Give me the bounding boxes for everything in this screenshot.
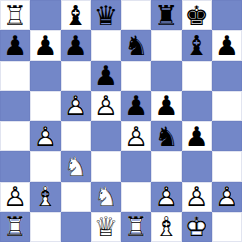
piece-white-pawn: ♟♙ <box>30 121 60 151</box>
piece-black-knight: ♞ <box>121 30 151 60</box>
square-f8[interactable]: ♜ <box>151 0 181 30</box>
square-a2[interactable]: ♟♙ <box>0 182 30 212</box>
square-b4[interactable]: ♟♙ <box>30 121 60 151</box>
piece-white-queen: ♛♕ <box>91 212 121 242</box>
square-a1[interactable]: ♜♖ <box>0 212 30 242</box>
piece-white-bishop: ♝♗ <box>151 212 181 242</box>
square-h8[interactable] <box>212 0 242 30</box>
square-g2[interactable]: ♟♙ <box>182 182 212 212</box>
square-b2[interactable]: ♝♗ <box>30 182 60 212</box>
square-a7[interactable]: ♟ <box>0 30 30 60</box>
piece-white-pawn: ♟♙ <box>0 182 30 212</box>
piece-black-knight: ♞ <box>151 121 181 151</box>
square-h1[interactable] <box>212 212 242 242</box>
square-c4[interactable] <box>61 121 91 151</box>
square-a5[interactable] <box>0 91 30 121</box>
square-a8[interactable]: ♜♖ <box>0 0 30 30</box>
square-g7[interactable]: ♝ <box>182 30 212 60</box>
square-f5[interactable]: ♟ <box>151 91 181 121</box>
square-a3[interactable] <box>0 151 30 181</box>
piece-black-bishop: ♝ <box>61 0 91 30</box>
square-e1[interactable]: ♜♖ <box>121 212 151 242</box>
chess-board-screenshot: ♜♖♝♛♜♚♟♟♟♞♝♟♟♟♙♟♙♟♟♟♙♟♙♞♟♞♘♟♙♝♗♞♘♟♙♟♙♟♙♜… <box>0 0 242 242</box>
piece-white-pawn: ♟♙ <box>212 182 242 212</box>
square-c1[interactable] <box>61 212 91 242</box>
square-d1[interactable]: ♛♕ <box>91 212 121 242</box>
square-a6[interactable] <box>0 61 30 91</box>
square-h2[interactable]: ♟♙ <box>212 182 242 212</box>
square-f6[interactable] <box>151 61 181 91</box>
square-d4[interactable] <box>91 121 121 151</box>
square-f4[interactable]: ♞ <box>151 121 181 151</box>
piece-black-pawn: ♟ <box>212 30 242 60</box>
square-h6[interactable] <box>212 61 242 91</box>
piece-white-rook: ♜♖ <box>121 212 151 242</box>
square-b5[interactable] <box>30 91 60 121</box>
piece-white-pawn: ♟♙ <box>151 182 181 212</box>
square-e4[interactable]: ♟♙ <box>121 121 151 151</box>
piece-white-rook: ♜♖ <box>0 0 30 30</box>
square-g4[interactable]: ♟ <box>182 121 212 151</box>
piece-white-pawn: ♟♙ <box>121 121 151 151</box>
piece-black-pawn: ♟ <box>151 91 181 121</box>
chess-board: ♜♖♝♛♜♚♟♟♟♞♝♟♟♟♙♟♙♟♟♟♙♟♙♞♟♞♘♟♙♝♗♞♘♟♙♟♙♟♙♜… <box>0 0 242 242</box>
square-d5[interactable]: ♟♙ <box>91 91 121 121</box>
piece-black-bishop: ♝ <box>182 30 212 60</box>
square-c3[interactable]: ♞♘ <box>61 151 91 181</box>
piece-black-pawn: ♟ <box>121 91 151 121</box>
square-b6[interactable] <box>30 61 60 91</box>
piece-black-rook: ♜ <box>151 0 181 30</box>
square-d2[interactable]: ♞♘ <box>91 182 121 212</box>
square-g1[interactable]: ♚♔ <box>182 212 212 242</box>
square-c7[interactable]: ♟ <box>61 30 91 60</box>
piece-white-knight: ♞♘ <box>61 151 91 181</box>
square-f3[interactable] <box>151 151 181 181</box>
square-e3[interactable] <box>121 151 151 181</box>
square-g3[interactable] <box>182 151 212 181</box>
square-c6[interactable] <box>61 61 91 91</box>
square-d7[interactable] <box>91 30 121 60</box>
square-g5[interactable] <box>182 91 212 121</box>
square-e7[interactable]: ♞ <box>121 30 151 60</box>
square-c8[interactable]: ♝ <box>61 0 91 30</box>
square-b1[interactable] <box>30 212 60 242</box>
square-c5[interactable]: ♟♙ <box>61 91 91 121</box>
square-f1[interactable]: ♝♗ <box>151 212 181 242</box>
piece-white-bishop: ♝♗ <box>30 182 60 212</box>
piece-white-rook: ♜♖ <box>0 212 30 242</box>
square-g6[interactable] <box>182 61 212 91</box>
square-h4[interactable] <box>212 121 242 151</box>
piece-black-pawn: ♟ <box>61 30 91 60</box>
piece-white-knight: ♞♘ <box>91 182 121 212</box>
square-b3[interactable] <box>30 151 60 181</box>
square-d8[interactable]: ♛ <box>91 0 121 30</box>
square-f7[interactable] <box>151 30 181 60</box>
square-a4[interactable] <box>0 121 30 151</box>
piece-black-pawn: ♟ <box>0 30 30 60</box>
square-h3[interactable] <box>212 151 242 181</box>
piece-black-pawn: ♟ <box>91 61 121 91</box>
square-f2[interactable]: ♟♙ <box>151 182 181 212</box>
piece-white-pawn: ♟♙ <box>182 182 212 212</box>
square-h7[interactable]: ♟ <box>212 30 242 60</box>
piece-black-queen: ♛ <box>91 0 121 30</box>
piece-white-pawn: ♟♙ <box>91 91 121 121</box>
square-c2[interactable] <box>61 182 91 212</box>
piece-black-pawn: ♟ <box>182 121 212 151</box>
square-d6[interactable]: ♟ <box>91 61 121 91</box>
square-e6[interactable] <box>121 61 151 91</box>
square-g8[interactable]: ♚ <box>182 0 212 30</box>
square-e5[interactable]: ♟ <box>121 91 151 121</box>
piece-white-king: ♚♔ <box>182 212 212 242</box>
square-e2[interactable] <box>121 182 151 212</box>
piece-black-pawn: ♟ <box>30 30 60 60</box>
square-e8[interactable] <box>121 0 151 30</box>
piece-white-pawn: ♟♙ <box>61 91 91 121</box>
square-b7[interactable]: ♟ <box>30 30 60 60</box>
square-d3[interactable] <box>91 151 121 181</box>
piece-black-king: ♚ <box>182 0 212 30</box>
square-b8[interactable] <box>30 0 60 30</box>
square-h5[interactable] <box>212 91 242 121</box>
